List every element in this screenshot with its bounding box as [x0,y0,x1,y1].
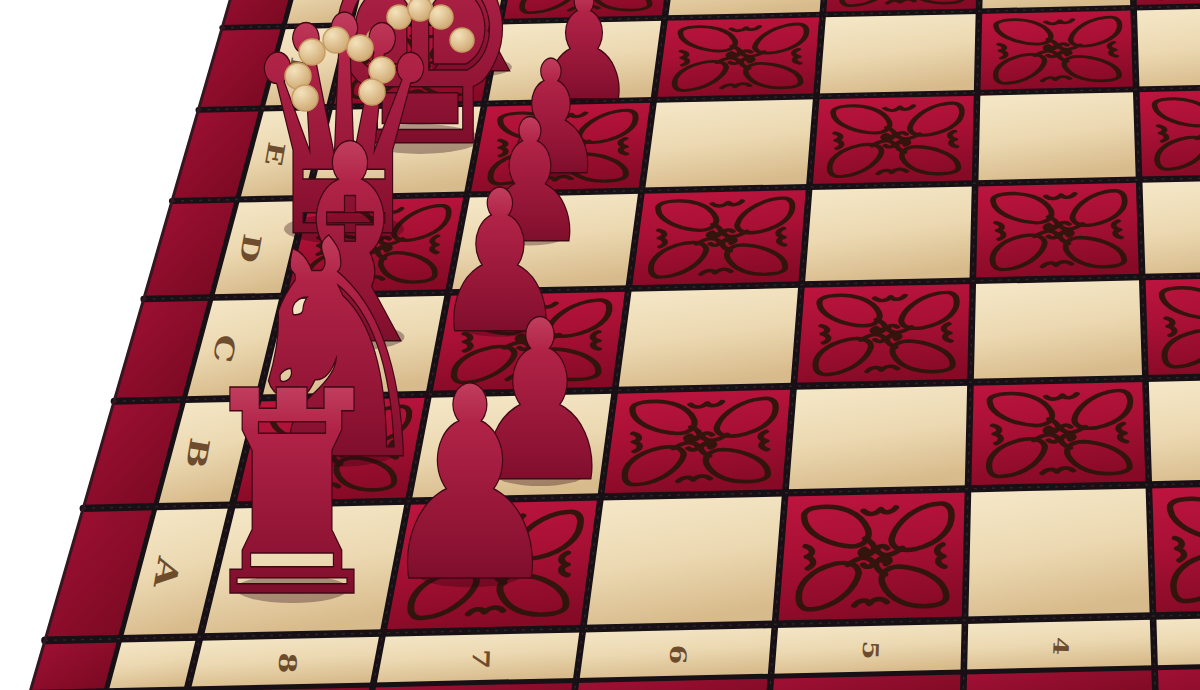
square-e6[interactable] [642,96,817,190]
chess-board-photo: ABCDEFG876543 ♝♟♚♟♛♟♝♟♞♟♟♜ [0,0,1200,690]
crown-ball-finial [323,27,349,53]
rank-label-7: 7 [467,648,495,669]
crown-ball-finial [347,35,373,61]
square-a4[interactable] [965,485,1153,620]
rank-label-5: 5 [857,640,883,660]
rank-label-6: 6 [664,644,691,664]
square-c4[interactable] [971,277,1146,382]
square-d5[interactable] [802,183,976,284]
square-c6[interactable] [615,285,802,391]
piece-red-pawn-a7[interactable]: ♟ [377,331,562,640]
square-b3[interactable] [1145,375,1200,485]
square-d3[interactable] [1139,176,1200,277]
square-f3[interactable] [1134,4,1200,89]
rank-label-cell [1153,612,1200,668]
crown-ball-finial [299,39,325,65]
piece-red-rook-a8[interactable]: ♜ [194,332,390,658]
piece-glyph-pawn: ♟ [377,331,562,640]
file-label-a: A [147,553,187,591]
rank-label-4: 4 [1048,637,1073,656]
square-f5[interactable] [816,11,979,96]
square-e4[interactable] [975,89,1139,183]
piece-glyph-rook: ♜ [194,332,390,658]
crown-ball-finial [450,28,474,52]
square-b5[interactable] [785,382,970,493]
chess-board: ABCDEFG876543 ♝♟♚♟♛♟♝♟♞♟♟♜ [0,0,1200,690]
